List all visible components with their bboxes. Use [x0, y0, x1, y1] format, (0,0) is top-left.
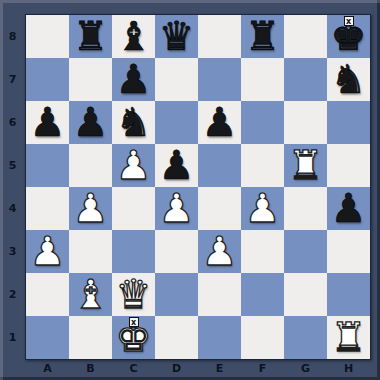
white-pawn[interactable]: ♟: [245, 187, 281, 230]
file-label-f: F: [241, 359, 284, 377]
black-pawn[interactable]: ♟: [116, 58, 152, 101]
white-pawn[interactable]: ♟: [202, 230, 238, 273]
square-a5[interactable]: [26, 144, 69, 187]
rank-label-4: 4: [0, 187, 25, 230]
black-bishop[interactable]: ♝: [116, 15, 152, 58]
white-pawn[interactable]: ♟: [159, 187, 195, 230]
square-g5[interactable]: ♜: [284, 144, 327, 187]
square-b8[interactable]: ♜: [69, 15, 112, 58]
square-b2[interactable]: ♝: [69, 273, 112, 316]
square-c3[interactable]: [112, 230, 155, 273]
white-rook[interactable]: ♜: [331, 316, 367, 359]
square-g1[interactable]: [284, 316, 327, 359]
square-b3[interactable]: [69, 230, 112, 273]
square-f4[interactable]: ♟: [241, 187, 284, 230]
file-labels: ABCDEFGH: [26, 359, 370, 377]
square-c2[interactable]: ♛: [112, 273, 155, 316]
square-d4[interactable]: ♟: [155, 187, 198, 230]
square-h2[interactable]: [327, 273, 370, 316]
white-bishop[interactable]: ♝: [73, 273, 109, 316]
square-a8[interactable]: [26, 15, 69, 58]
square-h5[interactable]: [327, 144, 370, 187]
black-pawn[interactable]: ♟: [159, 144, 195, 187]
rank-labels: 87654321: [0, 15, 25, 359]
square-d6[interactable]: [155, 101, 198, 144]
square-b4[interactable]: ♟: [69, 187, 112, 230]
square-a2[interactable]: [26, 273, 69, 316]
square-d7[interactable]: [155, 58, 198, 101]
square-e5[interactable]: [198, 144, 241, 187]
square-f5[interactable]: [241, 144, 284, 187]
square-d5[interactable]: ♟: [155, 144, 198, 187]
square-b1[interactable]: [69, 316, 112, 359]
white-pawn[interactable]: ♟: [116, 144, 152, 187]
square-e4[interactable]: [198, 187, 241, 230]
square-h8[interactable]: ♚x: [327, 15, 370, 58]
square-g2[interactable]: [284, 273, 327, 316]
white-rook[interactable]: ♜: [288, 144, 324, 187]
square-h4[interactable]: ♟: [327, 187, 370, 230]
square-g8[interactable]: [284, 15, 327, 58]
board: ♜♝♛♜♚x♟♞♟♟♞♟♟♟♜♟♟♟♟♟♟♝♛♚x♜: [25, 14, 371, 360]
rank-label-7: 7: [0, 58, 25, 101]
black-pawn[interactable]: ♟: [331, 187, 367, 230]
black-knight[interactable]: ♞: [331, 58, 367, 101]
rank-label-2: 2: [0, 273, 25, 316]
rank-label-5: 5: [0, 144, 25, 187]
square-e8[interactable]: [198, 15, 241, 58]
square-c8[interactable]: ♝: [112, 15, 155, 58]
white-pawn[interactable]: ♟: [30, 230, 66, 273]
square-e2[interactable]: [198, 273, 241, 316]
square-d1[interactable]: [155, 316, 198, 359]
black-pawn[interactable]: ♟: [202, 101, 238, 144]
black-pawn[interactable]: ♟: [73, 101, 109, 144]
rank-label-1: 1: [0, 316, 25, 359]
square-c6[interactable]: ♞: [112, 101, 155, 144]
square-c5[interactable]: ♟: [112, 144, 155, 187]
square-f2[interactable]: [241, 273, 284, 316]
square-g4[interactable]: [284, 187, 327, 230]
black-pawn[interactable]: ♟: [30, 101, 66, 144]
square-e3[interactable]: ♟: [198, 230, 241, 273]
file-label-e: E: [198, 359, 241, 377]
square-b5[interactable]: [69, 144, 112, 187]
file-label-a: A: [26, 359, 69, 377]
square-g3[interactable]: [284, 230, 327, 273]
square-c4[interactable]: [112, 187, 155, 230]
square-e6[interactable]: ♟: [198, 101, 241, 144]
file-label-b: B: [69, 359, 112, 377]
square-d2[interactable]: [155, 273, 198, 316]
square-h7[interactable]: ♞: [327, 58, 370, 101]
square-g6[interactable]: [284, 101, 327, 144]
white-pawn[interactable]: ♟: [73, 187, 109, 230]
square-f3[interactable]: [241, 230, 284, 273]
white-queen[interactable]: ♛: [116, 273, 152, 316]
square-f6[interactable]: [241, 101, 284, 144]
black-rook[interactable]: ♜: [245, 15, 281, 58]
square-b7[interactable]: [69, 58, 112, 101]
square-h3[interactable]: [327, 230, 370, 273]
square-a7[interactable]: [26, 58, 69, 101]
file-label-g: G: [284, 359, 327, 377]
board-frame: 87654321 ♜♝♛♜♚x♟♞♟♟♞♟♟♟♜♟♟♟♟♟♟♝♛♚x♜ ABCD…: [0, 0, 380, 380]
king-x-marker: x: [129, 317, 139, 327]
black-knight[interactable]: ♞: [116, 101, 152, 144]
rank-label-3: 3: [0, 230, 25, 273]
square-a3[interactable]: ♟: [26, 230, 69, 273]
square-h6[interactable]: [327, 101, 370, 144]
square-c1[interactable]: ♚x: [112, 316, 155, 359]
square-c7[interactable]: ♟: [112, 58, 155, 101]
square-f7[interactable]: [241, 58, 284, 101]
black-queen[interactable]: ♛: [159, 15, 195, 58]
square-h1[interactable]: ♜: [327, 316, 370, 359]
square-f1[interactable]: [241, 316, 284, 359]
square-g7[interactable]: [284, 58, 327, 101]
black-rook[interactable]: ♜: [73, 15, 109, 58]
square-a4[interactable]: [26, 187, 69, 230]
square-d8[interactable]: ♛: [155, 15, 198, 58]
square-f8[interactable]: ♜: [241, 15, 284, 58]
file-label-h: H: [327, 359, 370, 377]
square-e7[interactable]: [198, 58, 241, 101]
rank-label-8: 8: [0, 15, 25, 58]
square-a6[interactable]: ♟: [26, 101, 69, 144]
rank-label-6: 6: [0, 101, 25, 144]
square-e1[interactable]: [198, 316, 241, 359]
king-x-marker: x: [344, 16, 354, 26]
square-b6[interactable]: ♟: [69, 101, 112, 144]
file-label-c: C: [112, 359, 155, 377]
file-label-d: D: [155, 359, 198, 377]
square-d3[interactable]: [155, 230, 198, 273]
square-a1[interactable]: [26, 316, 69, 359]
